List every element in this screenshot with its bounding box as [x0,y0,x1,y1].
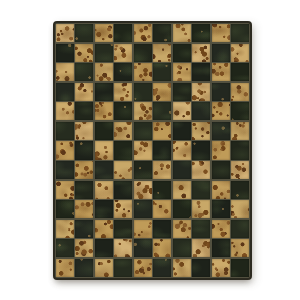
board-cell [56,102,74,120]
board-cell [95,24,113,42]
board-cell [173,102,191,120]
board-cell [173,44,191,62]
board-cell [56,239,74,257]
board-cell [95,220,113,238]
board-cell [95,161,113,179]
board-cell [231,122,249,140]
board-cell [95,141,113,159]
board-cell [212,102,230,120]
board-cell [173,220,191,238]
board-cell [75,44,93,62]
board-cell [134,200,152,218]
board-cell [231,259,249,277]
board-cell [153,44,171,62]
board-cell [231,24,249,42]
board-cell [75,161,93,179]
board-cell [95,44,113,62]
board-cell [192,239,210,257]
board-cell [114,259,132,277]
board-cell [173,83,191,101]
board-cell [173,24,191,42]
board-cell [173,259,191,277]
board-cell [192,181,210,199]
photo-canvas [0,0,300,300]
board-cell [56,24,74,42]
board-cell [231,239,249,257]
board-cell [153,83,171,101]
board-cell [173,181,191,199]
board-cell [153,24,171,42]
board-cell [192,102,210,120]
board-cell [173,239,191,257]
board-cell [114,83,132,101]
board-cell [56,259,74,277]
board-cell [231,161,249,179]
board-cell [114,102,132,120]
board-cell [153,122,171,140]
board-cell [114,200,132,218]
board-cell [212,181,230,199]
board-cell [95,102,113,120]
board-cell [231,181,249,199]
checkerboard [53,21,252,280]
board-cell [75,83,93,101]
board-cell [95,181,113,199]
board-cell [231,102,249,120]
board-cell [134,239,152,257]
board-cell [134,161,152,179]
board-cell [212,83,230,101]
board-cell [231,44,249,62]
board-cell [192,141,210,159]
board-cell [192,122,210,140]
board-cell [173,161,191,179]
board-cell [134,181,152,199]
board-cell [231,63,249,81]
board-cell [231,141,249,159]
board-cell [75,102,93,120]
board-cell [192,161,210,179]
board-cell [192,24,210,42]
board-cell [153,200,171,218]
board-cell [75,220,93,238]
board-cell [114,181,132,199]
board-cell [75,141,93,159]
board-cell [212,63,230,81]
board-cell [212,259,230,277]
board-cell [114,239,132,257]
board-cell [114,122,132,140]
board-cell [231,83,249,101]
board-cell [95,83,113,101]
board-cell [231,200,249,218]
board-cell [173,200,191,218]
board-cell [56,181,74,199]
board-cell [75,181,93,199]
board-cell [56,122,74,140]
board-cell [134,44,152,62]
board-cell [153,181,171,199]
board-cell [134,122,152,140]
board-cell [153,220,171,238]
board-cell [212,44,230,62]
board-cell [114,161,132,179]
board-cell [56,200,74,218]
board-cell [56,220,74,238]
board-cell [95,122,113,140]
board-cell [114,24,132,42]
board-cell [173,63,191,81]
board-cell [75,200,93,218]
board-cell [173,141,191,159]
board-cell [134,24,152,42]
board-cell [134,141,152,159]
board-cell [153,161,171,179]
board-cell [153,141,171,159]
board-cell [192,220,210,238]
board-cell [75,239,93,257]
board-cell [153,102,171,120]
board-cell [95,259,113,277]
board-cell [212,161,230,179]
board-cell [212,24,230,42]
board-cell [56,63,74,81]
board-cell [153,259,171,277]
board-cell [212,200,230,218]
board-cell [95,63,113,81]
board-cell [114,44,132,62]
board-cell [212,141,230,159]
board-cell [134,220,152,238]
board-cell [212,122,230,140]
board-cell [192,200,210,218]
board-cell [75,122,93,140]
board-cell [95,200,113,218]
board-cell [75,63,93,81]
board-cell [192,44,210,62]
board-cell [134,83,152,101]
board-cell [134,102,152,120]
board-cell [56,44,74,62]
board-cell [114,141,132,159]
board-cell [153,239,171,257]
board-cell [134,259,152,277]
board-cell [56,161,74,179]
board-cell [192,63,210,81]
board-cell [153,63,171,81]
board-cell [192,259,210,277]
board-cell [212,220,230,238]
board-cell [192,83,210,101]
board-cell [75,24,93,42]
board-cell [56,141,74,159]
board-cell [114,63,132,81]
board-cell [75,259,93,277]
board-cell [173,122,191,140]
board-cell [114,220,132,238]
board-cell [212,239,230,257]
board-cell [95,239,113,257]
board-cell [56,83,74,101]
board-cell [134,63,152,81]
board-cell [231,220,249,238]
